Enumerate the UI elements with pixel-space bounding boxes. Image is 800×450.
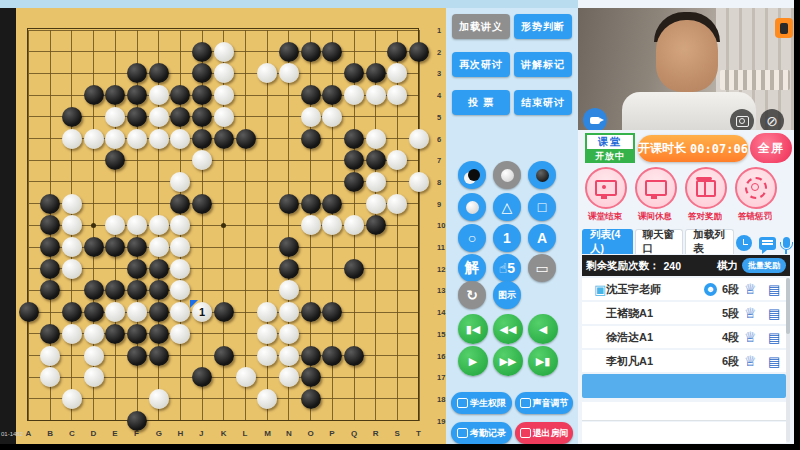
student-row[interactable]: 李初凡A16段 ♕ ▤ <box>582 350 786 372</box>
chat-bubble-icon[interactable] <box>759 237 776 250</box>
stone-white-N17 <box>279 367 299 387</box>
stone-white-O5 <box>301 107 321 127</box>
stone-black-K16 <box>214 346 234 366</box>
stone-black-R3 <box>366 63 386 83</box>
stone-black-F19 <box>127 411 147 431</box>
trophy-icon[interactable]: ♕ <box>744 353 757 369</box>
history-clock-icon[interactable] <box>736 235 752 251</box>
stone-black-O18 <box>301 389 321 409</box>
stone-white-G6 <box>149 129 169 149</box>
student-rank: 5段 <box>722 306 739 321</box>
coord-letter: N <box>286 429 292 438</box>
coord-letter: R <box>373 429 379 438</box>
stone-black-A14 <box>19 302 39 322</box>
stone-black-O9 <box>301 194 321 214</box>
coord-number: 5 <box>437 113 441 122</box>
action-课间休息[interactable]: 课间休息 <box>635 167 675 223</box>
stone-black-T2 <box>409 42 429 62</box>
tool-mark-letter[interactable]: A <box>528 224 556 252</box>
tool-diagram[interactable]: 图示 <box>493 281 521 309</box>
stone-black-N12 <box>279 259 299 279</box>
batch-reward-button[interactable]: 批量奖励 <box>742 258 786 273</box>
tool-mark-square[interactable]: □ <box>528 193 556 221</box>
coord-letter: O <box>308 429 314 438</box>
stone-black-O2 <box>301 42 321 62</box>
playback-skip-end-button[interactable]: ▶▮ <box>528 346 558 376</box>
coord-letter: M <box>264 429 271 438</box>
button-投 票[interactable]: 投 票 <box>452 90 510 115</box>
student-rank: 6段 <box>722 282 739 297</box>
stone-black-S2 <box>387 42 407 62</box>
stone-white-N14 <box>279 302 299 322</box>
stone-white-R8 <box>366 172 386 192</box>
star-point <box>91 223 96 228</box>
stone-black-G14 <box>149 302 169 322</box>
stone-black-N9 <box>279 194 299 214</box>
stone-black-J6 <box>192 129 212 149</box>
left-strip <box>0 8 16 444</box>
video-background-lattice <box>720 70 790 90</box>
stone-black-K6 <box>214 129 234 149</box>
monitor-dot-icon[interactable] <box>585 167 627 209</box>
stone-black-R7 <box>366 150 386 170</box>
action-课堂结束[interactable]: 课堂结束 <box>585 167 625 223</box>
stone-white-K2 <box>214 42 234 62</box>
stone-black-D11 <box>84 237 104 257</box>
stone-black-R10 <box>366 215 386 235</box>
stone-black-D4 <box>84 85 104 105</box>
stone-black-G15 <box>149 324 169 344</box>
book-icon[interactable]: ▤ <box>768 354 780 369</box>
stone-white-G10 <box>149 215 169 235</box>
tool-explain[interactable]: 解 <box>458 254 486 282</box>
class-badge-label: 课堂 <box>585 133 635 149</box>
stone-black-N2 <box>279 42 299 62</box>
stone-white-T8 <box>409 172 429 192</box>
student-rank: 6段 <box>722 354 739 369</box>
student-rank: 4段 <box>722 330 739 345</box>
trophy-icon[interactable]: ♕ <box>744 281 757 297</box>
stone-white-M18 <box>257 389 277 409</box>
tool-white-dot-icon[interactable] <box>458 193 486 221</box>
stone-white-N15 <box>279 324 299 344</box>
stone-black-N11 <box>279 237 299 257</box>
student-name: 沈玉宇老师 <box>606 282 661 297</box>
trophy-icon[interactable]: ♕ <box>744 305 757 321</box>
teacher-badge-icon: ☻ <box>704 283 717 296</box>
tab-聊天窗口[interactable]: 聊天窗口 <box>635 229 684 254</box>
trophy-icon[interactable]: ♕ <box>744 329 757 345</box>
stone-black-O4 <box>301 85 321 105</box>
stone-white-D16 <box>84 346 104 366</box>
stone-black-J5 <box>192 107 212 127</box>
skill-label: 棋力 <box>717 259 738 273</box>
fullscreen-button[interactable]: 全屏 <box>750 133 792 163</box>
stone-black-C14 <box>62 302 82 322</box>
stone-black-D14 <box>84 302 104 322</box>
last-move-marker <box>190 300 198 308</box>
button-加载讲义[interactable]: 加载讲义 <box>452 14 510 39</box>
playback-skip-start-button[interactable]: ▮◀ <box>458 314 488 344</box>
stone-white-G11 <box>149 237 169 257</box>
selected-empty-row[interactable] <box>582 374 786 398</box>
playback-step-back-button[interactable]: ◀ <box>528 314 558 344</box>
tool-eraser-roller[interactable]: ▭ <box>528 254 556 282</box>
device-icon[interactable] <box>775 18 793 38</box>
coord-number: 13 <box>437 286 445 295</box>
stone-white-D6 <box>84 129 104 149</box>
monitor-icon[interactable] <box>635 167 677 209</box>
playback-fast-forward-button[interactable]: ▶▶ <box>493 346 523 376</box>
stone-black-Q6 <box>344 129 364 149</box>
right-panel: ⊘ 课堂 开放中 开课时长 00:07:06 全屏 课堂结束 课间休息 答对奖励… <box>578 0 794 444</box>
stone-white-H6 <box>170 129 190 149</box>
button-讲解标记[interactable]: 讲解标记 <box>514 52 572 77</box>
stone-black-E15 <box>105 324 125 344</box>
stone-white-K4 <box>214 85 234 105</box>
tool-black-stone-icon[interactable] <box>528 161 556 189</box>
coord-letter: Q <box>351 429 357 438</box>
top-strip <box>0 0 578 8</box>
coord-number: 19 <box>437 417 445 426</box>
tab-列表(4人)[interactable]: 列表(4人) <box>582 229 633 254</box>
coord-letter: D <box>91 429 97 438</box>
tab-bar: 列表(4人)聊天窗口加载列表 <box>582 228 790 254</box>
book-icon[interactable]: ▤ <box>768 306 780 321</box>
coord-number: 11 <box>437 243 445 252</box>
action-label: 答错惩罚 <box>735 211 775 223</box>
stone-white-C12 <box>62 259 82 279</box>
bottom-strip <box>0 444 800 450</box>
coord-letter: C <box>69 429 75 438</box>
action-label: 答对奖励 <box>685 211 725 223</box>
coord-letter: L <box>243 429 248 438</box>
stone-black-G16 <box>149 346 169 366</box>
stone-white-H12 <box>170 259 190 279</box>
action-答对奖励[interactable]: 答对奖励 <box>685 167 725 223</box>
tablet-icon: ▣ <box>594 282 606 297</box>
medal-icon[interactable] <box>735 167 777 209</box>
stone-black-B12 <box>40 259 60 279</box>
playback-rewind-button[interactable]: ◀◀ <box>493 314 523 344</box>
coord-number: 15 <box>437 330 445 339</box>
stone-black-O14 <box>301 302 321 322</box>
coord-number: 8 <box>437 178 441 187</box>
action-label: 课间休息 <box>635 211 675 223</box>
stone-white-M15 <box>257 324 277 344</box>
student-name: 李初凡A1 <box>606 354 653 369</box>
go-teaching-app: 01-1482 ABCDEFGHJKLMNOPQRST1234567891011… <box>0 0 800 450</box>
right-edge-strip <box>794 0 800 450</box>
stone-black-Q16 <box>344 346 364 366</box>
button-退出房间[interactable]: 退出房间 <box>515 422 573 444</box>
stone-white-C15 <box>62 324 82 344</box>
stone-white-E5 <box>105 107 125 127</box>
stone-white-G18 <box>149 389 169 409</box>
coord-letter: K <box>221 429 227 438</box>
stone-black-O17 <box>301 367 321 387</box>
coord-letter: E <box>112 429 117 438</box>
microphone-icon[interactable] <box>783 237 790 248</box>
stone-white-O10 <box>301 215 321 235</box>
stone-black-P2 <box>322 42 342 62</box>
stone-white-B16 <box>40 346 60 366</box>
stone-black-G13 <box>149 280 169 300</box>
book-icon[interactable]: ▤ <box>768 330 780 345</box>
mute-icon[interactable]: ⊘ <box>760 109 784 130</box>
stone-black-F4 <box>127 85 147 105</box>
stone-black-G3 <box>149 63 169 83</box>
stone-black-O6 <box>301 129 321 149</box>
stone-white-P5 <box>322 107 342 127</box>
button-考勤记录[interactable]: 考勤记录 <box>451 422 512 444</box>
coord-number: 6 <box>437 135 441 144</box>
coord-letter: H <box>177 429 183 438</box>
student-row[interactable]: 王褚骁A15段 ♕ ▤ <box>582 302 786 324</box>
stone-black-P16 <box>322 346 342 366</box>
coord-number: 3 <box>437 69 441 78</box>
stone-white-S9 <box>387 194 407 214</box>
student-row[interactable]: 徐浩达A14段 ♕ ▤ <box>582 326 786 348</box>
control-panel: 加载讲义形势判断再次研讨讲解标记投 票结束研讨△□○1A解☝5▭↻图示▮◀◀◀◀… <box>446 8 578 444</box>
stone-black-G12 <box>149 259 169 279</box>
teacher-video: ⊘ <box>578 8 794 130</box>
stone-white-F6 <box>127 129 147 149</box>
tool-mark-number[interactable]: 1 <box>493 224 521 252</box>
coord-number: 10 <box>437 221 445 230</box>
stone-white-R4 <box>366 85 386 105</box>
camera-button[interactable] <box>730 109 754 130</box>
stone-white-G5 <box>149 107 169 127</box>
tool-mark-triangle[interactable]: △ <box>493 193 521 221</box>
stone-white-C9 <box>62 194 82 214</box>
stone-white-C6 <box>62 129 82 149</box>
stone-black-J9 <box>192 194 212 214</box>
stone-black-O16 <box>301 346 321 366</box>
stone-white-C18 <box>62 389 82 409</box>
coord-number: 16 <box>437 352 445 361</box>
coord-number: 1 <box>437 26 441 35</box>
student-row[interactable]: ▣沈玉宇老师☻6段 ♕ ▤ <box>582 278 786 300</box>
gift-icon[interactable] <box>685 167 727 209</box>
stone-white-L17 <box>236 367 256 387</box>
stone-black-F16 <box>127 346 147 366</box>
student-name: 徐浩达A1 <box>606 330 653 345</box>
scrollbar[interactable] <box>786 278 790 442</box>
button-学生权限[interactable]: 学生权限 <box>451 392 512 414</box>
tool-mark-circle[interactable]: ○ <box>458 224 486 252</box>
stone-white-Q4 <box>344 85 364 105</box>
empty-row <box>582 422 786 443</box>
coord-number: 4 <box>437 91 441 100</box>
coord-number: 18 <box>437 395 445 404</box>
tool-alternate-stones-icon[interactable] <box>458 161 486 189</box>
stone-black-F5 <box>127 107 147 127</box>
stone-white-F14 <box>127 302 147 322</box>
coord-letter: B <box>47 429 53 438</box>
tool-white-stone-icon[interactable] <box>493 161 521 189</box>
stone-white-R6 <box>366 129 386 149</box>
watermark: 01-1482 <box>1 431 23 437</box>
stone-black-Q8 <box>344 172 364 192</box>
stone-white-C11 <box>62 237 82 257</box>
video-call-button[interactable] <box>583 108 607 130</box>
coord-number: 17 <box>437 373 445 382</box>
button-再次研讨[interactable]: 再次研讨 <box>452 52 510 77</box>
stone-black-B9 <box>40 194 60 214</box>
tool-refresh[interactable]: ↻ <box>458 281 486 309</box>
button-结束研讨[interactable]: 结束研讨 <box>514 90 572 115</box>
stone-white-G4 <box>149 85 169 105</box>
stone-black-F11 <box>127 237 147 257</box>
stone-black-K14 <box>214 302 234 322</box>
coord-letter: P <box>329 429 334 438</box>
action-答错惩罚[interactable]: 答错惩罚 <box>735 167 775 223</box>
class-timer: 开课时长 00:07:06 <box>638 135 748 162</box>
empty-row <box>582 402 786 421</box>
button-形势判断[interactable]: 形势判断 <box>514 14 572 39</box>
class-status-badge: 课堂 开放中 <box>585 133 635 165</box>
coord-letter: T <box>416 429 421 438</box>
coord-number: 9 <box>437 200 441 209</box>
tab-加载列表[interactable]: 加载列表 <box>685 229 734 254</box>
rewards-label: 剩余奖励次数： <box>586 259 660 273</box>
stone-white-N16 <box>279 346 299 366</box>
stone-black-F12 <box>127 259 147 279</box>
coord-letter: J <box>199 429 203 438</box>
coord-number: 2 <box>437 48 441 57</box>
action-label: 课堂结束 <box>585 211 625 223</box>
stone-white-E6 <box>105 129 125 149</box>
stone-white-R9 <box>366 194 386 214</box>
stone-black-L6 <box>236 129 256 149</box>
stone-white-T6 <box>409 129 429 149</box>
stone-black-P9 <box>322 194 342 214</box>
stone-black-H9 <box>170 194 190 214</box>
stone-black-C5 <box>62 107 82 127</box>
coord-number: 14 <box>437 308 445 317</box>
book-icon[interactable]: ▤ <box>768 282 780 297</box>
coord-number: 12 <box>437 265 445 274</box>
coord-number: 7 <box>437 156 441 165</box>
stone-white-J14: 1 <box>192 302 212 322</box>
button-声音调节[interactable]: 声音调节 <box>515 392 573 414</box>
coord-letter: S <box>394 429 399 438</box>
stone-white-K5 <box>214 107 234 127</box>
go-board[interactable]: ABCDEFGHJKLMNOPQRST123456789101112131415… <box>16 8 446 444</box>
stone-black-Q12 <box>344 259 364 279</box>
stone-black-D13 <box>84 280 104 300</box>
coord-letter: A <box>26 429 32 438</box>
stone-black-B15 <box>40 324 60 344</box>
teacher-face <box>656 20 718 92</box>
coord-letter: G <box>156 429 162 438</box>
stone-white-D15 <box>84 324 104 344</box>
stone-white-M16 <box>257 346 277 366</box>
stone-white-D17 <box>84 367 104 387</box>
playback-play-button[interactable]: ▶ <box>458 346 488 376</box>
timer-label: 开课时长 <box>638 140 686 157</box>
student-name: 王褚骁A1 <box>606 306 653 321</box>
class-open-status: 开放中 <box>585 149 635 163</box>
timer-value: 00:07:06 <box>690 142 748 156</box>
stone-black-F15 <box>127 324 147 344</box>
tool-hand-pointer[interactable]: ☝5 <box>493 254 521 282</box>
stone-black-J2 <box>192 42 212 62</box>
rewards-count: 240 <box>664 260 682 272</box>
rewards-bar: 剩余奖励次数： 240 棋力 批量奖励 <box>582 255 790 276</box>
